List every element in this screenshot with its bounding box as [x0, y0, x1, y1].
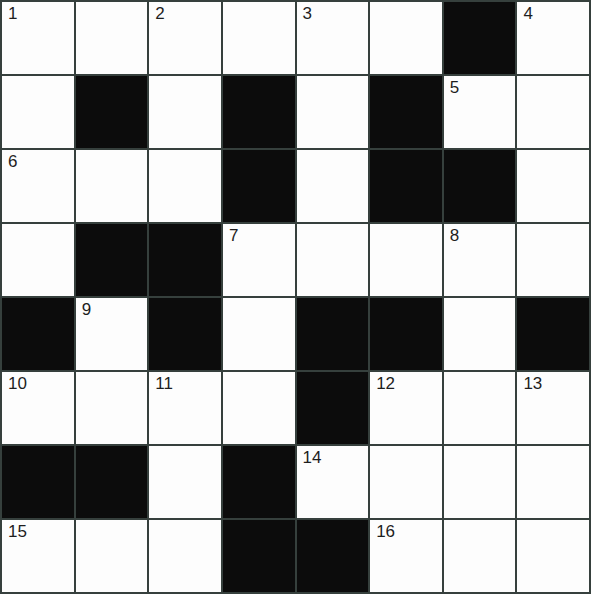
clue-number: 9	[82, 301, 91, 320]
clue-number: 12	[376, 375, 395, 394]
cell-4-1[interactable]: 9	[76, 298, 148, 370]
black-cell-1-3	[223, 76, 295, 148]
clue-number: 1	[8, 5, 17, 24]
cell-0-5[interactable]	[370, 2, 442, 74]
cell-1-2[interactable]	[149, 76, 221, 148]
cell-2-0[interactable]: 6	[2, 150, 74, 222]
clue-number: 10	[8, 375, 27, 394]
clue-number: 7	[229, 227, 238, 246]
cell-5-1[interactable]	[76, 372, 148, 444]
black-cell-5-4	[297, 372, 369, 444]
cell-7-7[interactable]	[517, 520, 589, 592]
cell-1-6[interactable]: 5	[444, 76, 516, 148]
black-cell-6-3	[223, 446, 295, 518]
cell-5-7[interactable]: 13	[517, 372, 589, 444]
cell-0-3[interactable]	[223, 2, 295, 74]
cell-5-2[interactable]: 11	[149, 372, 221, 444]
clue-number: 3	[303, 5, 312, 24]
cell-0-0[interactable]: 1	[2, 2, 74, 74]
clue-number: 5	[450, 79, 459, 98]
cell-0-1[interactable]	[76, 2, 148, 74]
cell-1-7[interactable]	[517, 76, 589, 148]
black-cell-6-1	[76, 446, 148, 518]
black-cell-1-1	[76, 76, 148, 148]
black-cell-7-4	[297, 520, 369, 592]
cell-6-6[interactable]	[444, 446, 516, 518]
cell-3-4[interactable]	[297, 224, 369, 296]
cell-6-2[interactable]	[149, 446, 221, 518]
black-cell-3-2	[149, 224, 221, 296]
black-cell-4-5	[370, 298, 442, 370]
cell-0-4[interactable]: 3	[297, 2, 369, 74]
black-cell-4-2	[149, 298, 221, 370]
crossword-board: 12345678910111213141516	[0, 0, 591, 594]
cell-3-0[interactable]	[2, 224, 74, 296]
black-cell-0-6	[444, 2, 516, 74]
cell-7-0[interactable]: 15	[2, 520, 74, 592]
cell-5-0[interactable]: 10	[2, 372, 74, 444]
cell-7-2[interactable]	[149, 520, 221, 592]
clue-number: 6	[8, 153, 17, 172]
cell-5-3[interactable]	[223, 372, 295, 444]
clue-number: 11	[155, 375, 173, 394]
black-cell-2-3	[223, 150, 295, 222]
black-cell-2-5	[370, 150, 442, 222]
cell-1-4[interactable]	[297, 76, 369, 148]
cell-3-7[interactable]	[517, 224, 589, 296]
cell-3-3[interactable]: 7	[223, 224, 295, 296]
cell-3-6[interactable]: 8	[444, 224, 516, 296]
cell-7-5[interactable]: 16	[370, 520, 442, 592]
clue-number: 4	[523, 5, 532, 24]
clue-number: 15	[8, 523, 27, 542]
black-cell-6-0	[2, 446, 74, 518]
cell-2-1[interactable]	[76, 150, 148, 222]
black-cell-2-6	[444, 150, 516, 222]
black-cell-7-3	[223, 520, 295, 592]
clue-number: 2	[155, 5, 164, 24]
cell-2-2[interactable]	[149, 150, 221, 222]
black-cell-4-4	[297, 298, 369, 370]
cell-4-3[interactable]	[223, 298, 295, 370]
cell-5-6[interactable]	[444, 372, 516, 444]
cell-6-5[interactable]	[370, 446, 442, 518]
black-cell-1-5	[370, 76, 442, 148]
cell-2-4[interactable]	[297, 150, 369, 222]
clue-number: 16	[376, 523, 395, 542]
cell-7-1[interactable]	[76, 520, 148, 592]
cell-1-0[interactable]	[2, 76, 74, 148]
clue-number: 13	[523, 375, 542, 394]
cell-0-7[interactable]: 4	[517, 2, 589, 74]
cell-6-4[interactable]: 14	[297, 446, 369, 518]
cell-3-5[interactable]	[370, 224, 442, 296]
clue-number: 8	[450, 227, 459, 246]
black-cell-4-7	[517, 298, 589, 370]
cell-2-7[interactable]	[517, 150, 589, 222]
black-cell-3-1	[76, 224, 148, 296]
cell-0-2[interactable]: 2	[149, 2, 221, 74]
cell-6-7[interactable]	[517, 446, 589, 518]
clue-number: 14	[303, 449, 322, 468]
black-cell-4-0	[2, 298, 74, 370]
cell-5-5[interactable]: 12	[370, 372, 442, 444]
cell-7-6[interactable]	[444, 520, 516, 592]
cell-4-6[interactable]	[444, 298, 516, 370]
